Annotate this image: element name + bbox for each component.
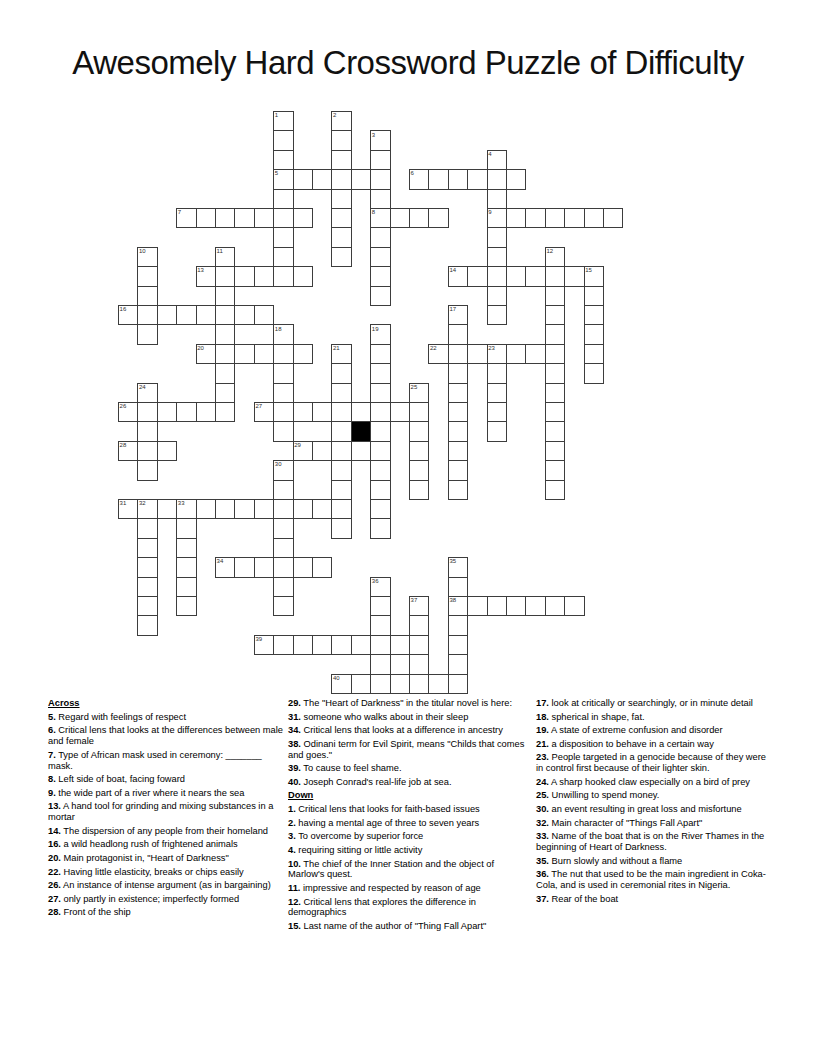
grid-cell[interactable] [293,499,313,519]
grid-cell[interactable] [312,499,332,519]
grid-cell[interactable] [409,421,429,441]
grid-cell[interactable] [506,169,526,189]
grid-cell[interactable] [273,208,293,228]
clue-item: 37. Rear of the boat [536,894,773,905]
grid-cell[interactable] [370,654,390,674]
grid-cell[interactable] [525,596,545,616]
clue-item: 3. To overcome by superior force [288,831,525,842]
clue-item: 35. Burn slowly and without a flame [536,856,773,867]
grid-cell[interactable] [351,635,371,655]
grid-cell[interactable] [370,499,390,519]
grid-cell[interactable] [293,402,313,422]
grid-cell[interactable] [254,208,274,228]
grid-cell[interactable] [370,480,390,500]
clue-item: 9. the wide part of a river where it nea… [48,788,285,799]
grid-cell[interactable] [215,363,235,383]
grid-cell[interactable] [331,402,351,422]
grid-cell[interactable] [157,499,177,519]
clue-item: 38. Odinani term for Evil Spirit, means … [288,739,525,761]
grid-cell[interactable] [273,383,293,403]
grid-cell[interactable] [331,674,351,694]
grid-cell[interactable] [390,208,410,228]
grid-cell[interactable] [273,518,293,538]
grid-cell[interactable] [448,596,468,616]
grid-cell[interactable] [273,480,293,500]
grid-cell[interactable] [370,441,390,461]
clue-item: 39. To cause to feel shame. [288,763,525,774]
grid-cell[interactable] [448,169,468,189]
grid-cell[interactable] [331,150,351,170]
grid-cell[interactable] [157,305,177,325]
grid-cell[interactable] [273,130,293,150]
grid-cell[interactable] [448,324,468,344]
grid-cell[interactable] [215,305,235,325]
grid-cell[interactable] [331,421,351,441]
grid-cell[interactable] [273,227,293,247]
grid-cell[interactable] [448,402,468,422]
grid-cell[interactable] [254,635,274,655]
grid-cell[interactable] [545,324,565,344]
grid-cell[interactable] [370,208,390,228]
grid-cell[interactable] [487,344,507,364]
clue-item: 7. Type of African mask used in ceremony… [48,750,285,772]
grid-cell[interactable] [273,247,293,267]
grid-cell[interactable] [448,654,468,674]
grid-cell[interactable] [487,363,507,383]
across-header: Across [48,698,285,709]
grid-cell[interactable] [448,674,468,694]
grid-cell[interactable] [409,208,429,228]
grid-cell[interactable] [331,208,351,228]
grid-cell[interactable] [215,557,235,577]
grid-cell[interactable] [176,577,196,597]
grid-cell[interactable] [584,286,604,306]
page-title: Awesomely Hard Crossword Puzzle of Diffi… [0,44,816,82]
grid-cell[interactable] [584,344,604,364]
grid-cell[interactable] [370,635,390,655]
clue-item: 25. Unwilling to spend money. [536,790,773,801]
grid-cell[interactable] [448,577,468,597]
grid-cell[interactable] [293,208,313,228]
grid-cell[interactable] [370,286,390,306]
grid-cell[interactable] [545,460,565,480]
grid-cell[interactable] [215,208,235,228]
grid-cell[interactable] [215,324,235,344]
grid-cell[interactable] [254,266,274,286]
grid-cell[interactable] [409,441,429,461]
grid-cell[interactable] [370,247,390,267]
grid-cell[interactable] [215,247,235,267]
clue-item: 5. Regard with feelings of respect [48,712,285,723]
grid-cell[interactable] [254,402,274,422]
grid-cell[interactable] [293,441,313,461]
grid-cell[interactable] [487,402,507,422]
grid-cell[interactable] [370,402,390,422]
grid-cell[interactable] [215,499,235,519]
clue-item: 11. impressive and respected by reason o… [288,883,525,894]
grid-cell[interactable] [273,538,293,558]
grid-cell[interactable] [137,383,157,403]
grid-cell[interactable] [370,150,390,170]
grid-cell[interactable] [545,402,565,422]
grid-cell[interactable] [370,266,390,286]
grid-cell[interactable] [487,150,507,170]
grid-cell[interactable] [467,344,487,364]
grid-cell[interactable] [545,286,565,306]
grid-cell[interactable] [409,615,429,635]
clue-item: 16. a wild headlong rush of frightened a… [48,839,285,850]
grid-cell[interactable] [584,305,604,325]
grid-cell[interactable] [428,169,448,189]
grid-cell[interactable] [584,266,604,286]
grid-cell[interactable] [137,615,157,635]
grid-cell[interactable] [273,421,293,441]
grid-cell[interactable] [312,635,332,655]
grid-cell[interactable] [331,363,351,383]
grid-cell[interactable] [428,208,448,228]
grid-cell[interactable] [331,189,351,209]
grid-cell[interactable] [273,150,293,170]
grid-cell[interactable] [331,111,351,131]
grid-cell[interactable] [137,596,157,616]
grid-cell[interactable] [331,130,351,150]
grid-cell[interactable] [118,499,138,519]
grid-cell[interactable] [467,266,487,286]
grid-cell[interactable] [137,557,157,577]
grid-cell[interactable] [196,305,216,325]
clues-column-1: Across5. Regard with feelings of respect… [48,698,285,921]
grid-cell[interactable] [234,208,254,228]
clues-column-2: 29. The "Heart of Darkness" in the titul… [288,698,525,935]
clue-item: 20. Main protagonist in, "Heart of Darkn… [48,853,285,864]
clue-item: 32. Main character of "Things Fall Apart… [536,818,773,829]
grid-cell[interactable] [176,518,196,538]
grid-cell[interactable] [273,266,293,286]
grid-cell[interactable] [525,266,545,286]
grid-cell[interactable] [215,266,235,286]
grid-cell[interactable] [545,266,565,286]
grid-cell[interactable] [331,344,351,364]
grid-cell[interactable] [176,538,196,558]
grid-cell[interactable] [506,266,526,286]
grid-cell[interactable] [370,324,390,344]
grid-cell[interactable] [234,344,254,364]
grid-cell[interactable] [370,577,390,597]
grid-cell[interactable] [234,499,254,519]
grid-cell[interactable] [487,169,507,189]
grid-cell[interactable] [293,266,313,286]
grid-cell[interactable] [137,305,157,325]
grid-cell[interactable] [487,266,507,286]
grid-cell[interactable] [428,674,448,694]
grid-cell[interactable] [273,169,293,189]
grid-cell[interactable] [487,305,507,325]
clue-item: 12. Critical lens that explores the diff… [288,897,525,919]
grid-cell[interactable] [254,344,274,364]
grid-cell[interactable] [234,557,254,577]
grid-cell[interactable] [487,208,507,228]
grid-cell[interactable] [428,344,448,364]
grid-cell[interactable] [273,499,293,519]
grid-cell[interactable] [312,402,332,422]
grid-cell[interactable] [176,557,196,577]
grid-cell[interactable] [118,402,138,422]
grid-cell[interactable] [545,480,565,500]
clue-item: 23. People targeted in a genocide becaus… [536,752,773,774]
grid-cell[interactable] [370,615,390,635]
grid-cell[interactable] [409,169,429,189]
grid-cell[interactable] [409,460,429,480]
grid-cell[interactable] [487,421,507,441]
grid-cell[interactable] [157,402,177,422]
grid-cell[interactable] [545,305,565,325]
grid-cell[interactable] [137,286,157,306]
grid-cell[interactable] [331,383,351,403]
grid-cell[interactable] [448,266,468,286]
grid-cell[interactable] [273,344,293,364]
grid-cell[interactable] [448,480,468,500]
grid-cell[interactable] [331,169,351,189]
clue-item: 4. requiring sitting or little activity [288,845,525,856]
grid-cell[interactable] [487,383,507,403]
grid-cell[interactable] [293,557,313,577]
clue-item: 27. only partly in existence; imperfectl… [48,894,285,905]
grid-cell[interactable] [545,441,565,461]
grid-cell[interactable] [370,596,390,616]
grid-cell[interactable] [273,557,293,577]
grid-cell[interactable] [331,518,351,538]
grid-cell[interactable] [137,538,157,558]
clue-item: 24. A sharp hooked claw especially on a … [536,777,773,788]
grid-cell[interactable] [370,460,390,480]
black-cell [351,421,371,441]
grid-cell[interactable] [273,460,293,480]
grid-cell[interactable] [157,441,177,461]
grid-cell[interactable] [196,208,216,228]
grid-cell[interactable] [196,344,216,364]
grid-cell[interactable] [390,635,410,655]
grid-cell[interactable] [118,441,138,461]
grid-cell[interactable] [273,363,293,383]
grid-cell[interactable] [487,227,507,247]
grid-cell[interactable] [293,169,313,189]
grid-cell[interactable] [487,596,507,616]
grid-cell[interactable] [525,208,545,228]
grid-cell[interactable] [370,518,390,538]
grid-cell[interactable] [273,324,293,344]
grid-cell[interactable] [545,421,565,441]
grid-cell[interactable] [370,227,390,247]
grid-cell[interactable] [370,130,390,150]
clue-item: 17. look at critically or searchingly, o… [536,698,773,709]
grid-cell[interactable] [351,169,371,189]
grid-cell[interactable] [176,596,196,616]
down-header: Down [288,790,525,801]
clue-item: 14. The dispersion of any people from th… [48,826,285,837]
grid-cell[interactable] [409,480,429,500]
grid-cell[interactable] [584,324,604,344]
grid-cell[interactable] [370,363,390,383]
grid-cell[interactable] [273,111,293,131]
grid-cell[interactable] [196,402,216,422]
grid-cell[interactable] [370,169,390,189]
grid-cell[interactable] [312,169,332,189]
clue-item: 18. spherical in shape, fat. [536,712,773,723]
grid-cell[interactable] [351,441,371,461]
grid-cell[interactable] [196,499,216,519]
grid-cell[interactable] [564,266,584,286]
clue-item: 19. A state of extreme confusion and dis… [536,725,773,736]
grid-cell[interactable] [234,266,254,286]
clues-column-3: 17. look at critically or searchingly, o… [536,698,773,907]
grid-cell[interactable] [448,421,468,441]
grid-cell[interactable] [137,324,157,344]
grid-cell[interactable] [506,208,526,228]
clue-item: 28. Front of the ship [48,907,285,918]
grid-cell[interactable] [293,635,313,655]
grid-cell[interactable] [196,266,216,286]
grid-cell[interactable] [370,383,390,403]
grid-cell[interactable] [118,305,138,325]
grid-cell[interactable] [545,383,565,403]
grid-cell[interactable] [137,402,157,422]
grid-cell[interactable] [390,674,410,694]
grid-cell[interactable] [409,654,429,674]
grid-cell[interactable] [215,286,235,306]
grid-cell[interactable] [273,402,293,422]
grid-cell[interactable] [409,402,429,422]
clue-item: 13. A hand tool for grinding and mixing … [48,801,285,823]
grid-cell[interactable] [448,635,468,655]
grid-cell[interactable] [176,499,196,519]
grid-cell[interactable] [331,441,351,461]
grid-cell[interactable] [409,383,429,403]
grid-cell[interactable] [448,460,468,480]
grid-cell[interactable] [137,441,157,461]
grid-cell[interactable] [293,344,313,364]
grid-cell[interactable] [448,615,468,635]
grid-cell[interactable] [467,596,487,616]
grid-cell[interactable] [370,344,390,364]
grid-cell[interactable] [390,402,410,422]
grid-cell[interactable] [525,344,545,364]
grid-cell[interactable] [331,460,351,480]
grid-cell[interactable] [234,305,254,325]
grid-cell[interactable] [273,577,293,597]
clue-item: 15. Last name of the author of "Thing Fa… [288,921,525,932]
clue-item: 26. An instance of intense argument (as … [48,880,285,891]
grid-cell[interactable] [351,402,371,422]
grid-cell[interactable] [409,674,429,694]
grid-cell[interactable] [273,596,293,616]
clue-item: 30. an event resulting in great loss and… [536,804,773,815]
grid-cell[interactable] [273,189,293,209]
grid-cell[interactable] [215,344,235,364]
grid-cell[interactable] [448,383,468,403]
grid-cell[interactable] [487,286,507,306]
clue-item: 6. Critical lens that looks at the diffe… [48,725,285,747]
grid-cell[interactable] [331,480,351,500]
grid-cell[interactable] [545,363,565,383]
clue-item: 1. Critical lens that looks for faith-ba… [288,804,525,815]
grid-cell[interactable] [273,635,293,655]
grid-cell[interactable] [176,305,196,325]
grid-cell[interactable] [176,402,196,422]
grid-cell[interactable] [467,169,487,189]
grid-cell[interactable] [564,208,584,228]
grid-cell[interactable] [312,557,332,577]
grid-cell[interactable] [137,266,157,286]
grid-cell[interactable] [331,227,351,247]
grid-cell[interactable] [254,305,274,325]
grid-cell[interactable] [215,402,235,422]
grid-cell[interactable] [545,247,565,267]
clue-item: 40. Joseph Conrad's real-life job at sea… [288,777,525,788]
grid-cell[interactable] [448,557,468,577]
grid-cell[interactable] [584,208,604,228]
grid-cell[interactable] [331,247,351,267]
grid-cell[interactable] [137,460,157,480]
grid-cell[interactable] [409,635,429,655]
grid-cell[interactable] [137,577,157,597]
clue-item: 34. Critical lens that looks at a differ… [288,725,525,736]
grid-cell[interactable] [448,305,468,325]
clue-item: 33. Name of the boat that is on the Rive… [536,831,773,853]
grid-cell[interactable] [137,421,157,441]
clue-item: 2. having a mental age of three to seven… [288,818,525,829]
grid-cell[interactable] [487,189,507,209]
clue-item: 31. someone who walks about in their sle… [288,712,525,723]
clue-item: 36. The nut that used to be the main ing… [536,869,773,891]
clue-item: 22. Having little elasticity, breaks or … [48,867,285,878]
clue-item: 10. The chief of the Inner Station and t… [288,859,525,881]
grid-cell[interactable] [409,596,429,616]
grid-cell[interactable] [448,441,468,461]
grid-cell[interactable] [312,441,332,461]
grid-cell[interactable] [603,208,623,228]
clue-item: 29. The "Heart of Darkness" in the titul… [288,698,525,709]
crossword-grid: 1234567891011121314151617181920212223242… [118,111,624,695]
grid-cell[interactable] [215,383,235,403]
grid-cell[interactable] [584,363,604,383]
grid-cell[interactable] [545,208,565,228]
grid-cell[interactable] [254,557,274,577]
grid-cell[interactable] [176,208,196,228]
grid-cell[interactable] [351,674,371,694]
grid-cell[interactable] [370,421,390,441]
grid-cell[interactable] [137,518,157,538]
grid-cell[interactable] [506,344,526,364]
grid-cell[interactable] [331,499,351,519]
grid-cell[interactable] [564,596,584,616]
grid-cell[interactable] [370,674,390,694]
grid-cell[interactable] [545,596,565,616]
grid-cell[interactable] [448,344,468,364]
grid-cell[interactable] [545,344,565,364]
grid-cell[interactable] [331,635,351,655]
grid-cell[interactable] [137,499,157,519]
grid-cell[interactable] [254,499,274,519]
grid-cell[interactable] [448,363,468,383]
clue-item: 8. Left side of boat, facing foward [48,774,285,785]
grid-cell[interactable] [506,596,526,616]
grid-cell[interactable] [137,247,157,267]
grid-cell[interactable] [487,247,507,267]
grid-cell[interactable] [370,189,390,209]
clue-item: 21. a disposition to behave in a certain… [536,739,773,750]
